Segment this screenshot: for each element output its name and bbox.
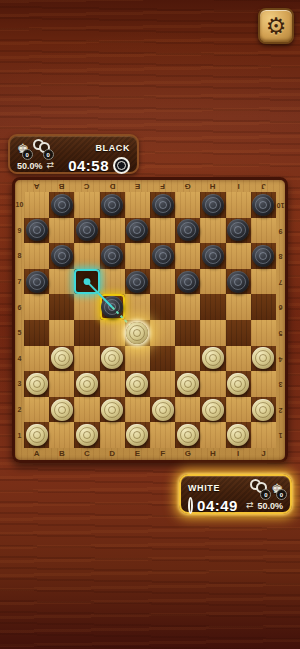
square-G10[interactable]: [175, 192, 200, 218]
square-G9[interactable]: [175, 218, 200, 244]
col-label-bottom-B: B: [49, 448, 74, 460]
col-label-top-J: J: [251, 180, 276, 192]
square-G5[interactable]: [175, 320, 200, 346]
black-piece-F8[interactable]: [152, 245, 174, 267]
square-A2[interactable]: [24, 397, 49, 423]
square-H2[interactable]: [200, 397, 225, 423]
square-B4[interactable]: [49, 346, 74, 372]
black-piece-D6[interactable]: [101, 296, 123, 318]
col-label-bottom-E: E: [125, 448, 150, 460]
white-piece-I1[interactable]: [227, 424, 249, 446]
swap-arrows-icon: ⇄: [246, 501, 254, 510]
square-I9[interactable]: [226, 218, 251, 244]
checkers-board: ABCDEFGHIJ ABCDEFGHIJ 10987654321 109876…: [12, 177, 288, 463]
col-label-bottom-F: F: [150, 448, 175, 460]
square-J6[interactable]: [251, 294, 276, 320]
square-E4[interactable]: [125, 346, 150, 372]
square-H9[interactable]: [200, 218, 225, 244]
white-piece-E1[interactable]: [126, 424, 148, 446]
row-label-right-1: 1: [276, 422, 285, 448]
white-piece-A1[interactable]: [26, 424, 48, 446]
row-label-left-6: 6: [15, 294, 24, 320]
square-D10[interactable]: [100, 192, 125, 218]
col-label-bottom-D: D: [100, 448, 125, 460]
square-D5[interactable]: [100, 320, 125, 346]
col-label-bottom-G: G: [175, 448, 200, 460]
row-label-right-8: 8: [276, 243, 285, 269]
col-label-top-E: E: [125, 180, 150, 192]
col-label-top-C: C: [74, 180, 99, 192]
white-piece-B4[interactable]: [51, 347, 73, 369]
square-D1[interactable]: [100, 422, 125, 448]
row-label-right-9: 9: [276, 218, 285, 244]
row-label-right-3: 3: [276, 371, 285, 397]
square-D6[interactable]: [100, 294, 125, 320]
col-label-top-A: A: [24, 180, 49, 192]
square-A3[interactable]: [24, 371, 49, 397]
square-G1[interactable]: [175, 422, 200, 448]
square-D7[interactable]: [100, 269, 125, 295]
white-piece-E5[interactable]: [126, 322, 148, 344]
row-label-left-4: 4: [15, 346, 24, 372]
square-B5[interactable]: [49, 320, 74, 346]
black-piece-C9[interactable]: [76, 219, 98, 241]
white-piece-J2[interactable]: [252, 399, 274, 421]
white-player-panel: WHITE 0 ♚ 0 04:49 ⇄ 50.0%: [179, 474, 292, 514]
row-label-left-8: 8: [15, 243, 24, 269]
square-I2[interactable]: [226, 397, 251, 423]
square-J4[interactable]: [251, 346, 276, 372]
row-label-right-10: 10: [276, 192, 285, 218]
square-C9[interactable]: [74, 218, 99, 244]
black-kings-count-badge: 0: [22, 149, 33, 160]
white-piece-C3[interactable]: [76, 373, 98, 395]
square-B8[interactable]: [49, 243, 74, 269]
square-I5[interactable]: [226, 320, 251, 346]
square-B1[interactable]: [49, 422, 74, 448]
column-labels-bottom: ABCDEFGHIJ: [24, 448, 276, 460]
square-I1[interactable]: [226, 422, 251, 448]
black-captures-counter: 0: [33, 139, 50, 157]
square-F4[interactable]: [150, 346, 175, 372]
row-label-left-7: 7: [15, 269, 24, 295]
square-B6[interactable]: [49, 294, 74, 320]
black-piece-G7[interactable]: [177, 271, 199, 293]
square-I8[interactable]: [226, 243, 251, 269]
gear-icon: ⚙: [266, 15, 287, 38]
row-label-left-2: 2: [15, 397, 24, 423]
white-piece-G1[interactable]: [177, 424, 199, 446]
square-E7[interactable]: [125, 269, 150, 295]
square-A8[interactable]: [24, 243, 49, 269]
square-I3[interactable]: [226, 371, 251, 397]
row-label-right-6: 6: [276, 294, 285, 320]
square-A1[interactable]: [24, 422, 49, 448]
square-J9[interactable]: [251, 218, 276, 244]
white-piece-D2[interactable]: [101, 399, 123, 421]
white-piece-A3[interactable]: [26, 373, 48, 395]
square-J8[interactable]: [251, 243, 276, 269]
col-label-bottom-A: A: [24, 448, 49, 460]
square-C1[interactable]: [74, 422, 99, 448]
square-H8[interactable]: [200, 243, 225, 269]
black-piece-J8[interactable]: [252, 245, 274, 267]
game-screen: ⚙ ♚ 0 0 BLACK 50.0% ⇄ 04:58 ABCDEFGHIJ A…: [0, 0, 300, 649]
black-piece-E7[interactable]: [126, 271, 148, 293]
square-E2[interactable]: [125, 397, 150, 423]
black-win-percent: 50.0%: [17, 161, 43, 171]
col-label-top-G: G: [175, 180, 200, 192]
black-piece-I9[interactable]: [227, 219, 249, 241]
white-captures-counter: 0: [250, 479, 267, 497]
white-piece-D4[interactable]: [101, 347, 123, 369]
square-E1[interactable]: [125, 422, 150, 448]
board-grid: [24, 192, 276, 448]
square-C8[interactable]: [74, 243, 99, 269]
black-captures-count-badge: 0: [43, 149, 54, 160]
square-J1[interactable]: [251, 422, 276, 448]
square-E9[interactable]: [125, 218, 150, 244]
square-H4[interactable]: [200, 346, 225, 372]
col-label-top-B: B: [49, 180, 74, 192]
row-labels-left: 10987654321: [15, 192, 24, 448]
square-E5[interactable]: [125, 320, 150, 346]
white-piece-J4[interactable]: [252, 347, 274, 369]
square-F9[interactable]: [150, 218, 175, 244]
black-checker-icon: [113, 157, 130, 174]
black-piece-J10[interactable]: [252, 194, 274, 216]
square-E3[interactable]: [125, 371, 150, 397]
square-A6[interactable]: [24, 294, 49, 320]
col-label-top-I: I: [226, 180, 251, 192]
white-checker-icon: [188, 497, 193, 514]
settings-button[interactable]: ⚙: [258, 8, 294, 44]
square-B9[interactable]: [49, 218, 74, 244]
square-I6[interactable]: [226, 294, 251, 320]
black-piece-I7[interactable]: [227, 271, 249, 293]
row-label-left-1: 1: [15, 422, 24, 448]
square-A5[interactable]: [24, 320, 49, 346]
square-A7[interactable]: [24, 269, 49, 295]
black-piece-F10[interactable]: [152, 194, 174, 216]
white-piece-B2[interactable]: [51, 399, 73, 421]
square-D3[interactable]: [100, 371, 125, 397]
row-label-right-2: 2: [276, 397, 285, 423]
square-A10[interactable]: [24, 192, 49, 218]
square-F10[interactable]: [150, 192, 175, 218]
square-C6[interactable]: [74, 294, 99, 320]
square-H5[interactable]: [200, 320, 225, 346]
black-piece-D8[interactable]: [101, 245, 123, 267]
white-timer: 04:49: [197, 497, 238, 514]
square-A4[interactable]: [24, 346, 49, 372]
square-G7[interactable]: [175, 269, 200, 295]
square-B3[interactable]: [49, 371, 74, 397]
square-F3[interactable]: [150, 371, 175, 397]
white-piece-H2[interactable]: [202, 399, 224, 421]
square-J7[interactable]: [251, 269, 276, 295]
swap-arrows-icon: ⇄: [47, 161, 55, 170]
black-piece-H10[interactable]: [202, 194, 224, 216]
white-piece-G3[interactable]: [177, 373, 199, 395]
col-label-top-D: D: [100, 180, 125, 192]
square-C4[interactable]: [74, 346, 99, 372]
square-J3[interactable]: [251, 371, 276, 397]
square-F7[interactable]: [150, 269, 175, 295]
square-J5[interactable]: [251, 320, 276, 346]
row-label-left-5: 5: [15, 320, 24, 346]
black-piece-B8[interactable]: [51, 245, 73, 267]
square-E8[interactable]: [125, 243, 150, 269]
square-F2[interactable]: [150, 397, 175, 423]
square-B7[interactable]: [49, 269, 74, 295]
square-C7[interactable]: [74, 269, 99, 295]
black-piece-E9[interactable]: [126, 219, 148, 241]
white-player-name: WHITE: [188, 483, 220, 493]
square-J10[interactable]: [251, 192, 276, 218]
row-label-right-7: 7: [276, 269, 285, 295]
black-piece-B10[interactable]: [51, 194, 73, 216]
square-J2[interactable]: [251, 397, 276, 423]
col-label-bottom-H: H: [200, 448, 225, 460]
white-piece-I3[interactable]: [227, 373, 249, 395]
white-piece-F2[interactable]: [152, 399, 174, 421]
black-kings-counter: ♚ 0: [17, 139, 29, 157]
black-timer: 04:58: [68, 157, 109, 174]
square-B10[interactable]: [49, 192, 74, 218]
row-label-left-10: 10: [15, 192, 24, 218]
row-label-left-9: 9: [15, 218, 24, 244]
black-piece-D10[interactable]: [101, 194, 123, 216]
square-G4[interactable]: [175, 346, 200, 372]
white-win-percent: 50.0%: [257, 501, 283, 511]
square-G6[interactable]: [175, 294, 200, 320]
square-H7[interactable]: [200, 269, 225, 295]
square-D4[interactable]: [100, 346, 125, 372]
square-C10[interactable]: [74, 192, 99, 218]
square-D2[interactable]: [100, 397, 125, 423]
square-F8[interactable]: [150, 243, 175, 269]
black-piece-G9[interactable]: [177, 219, 199, 241]
white-kings-count-badge: 0: [276, 489, 287, 500]
square-D9[interactable]: [100, 218, 125, 244]
square-C5[interactable]: [74, 320, 99, 346]
square-H6[interactable]: [200, 294, 225, 320]
square-B2[interactable]: [49, 397, 74, 423]
square-A9[interactable]: [24, 218, 49, 244]
row-label-right-4: 4: [276, 346, 285, 372]
square-I10[interactable]: [226, 192, 251, 218]
row-labels-right: 10987654321: [276, 192, 285, 448]
square-F1[interactable]: [150, 422, 175, 448]
column-labels-top: ABCDEFGHIJ: [24, 180, 276, 192]
square-I7[interactable]: [226, 269, 251, 295]
square-F6[interactable]: [150, 294, 175, 320]
square-G2[interactable]: [175, 397, 200, 423]
col-label-top-F: F: [150, 180, 175, 192]
row-label-left-3: 3: [15, 371, 24, 397]
black-piece-A9[interactable]: [26, 219, 48, 241]
white-kings-counter: ♚ 0: [271, 479, 283, 497]
square-C3[interactable]: [74, 371, 99, 397]
square-H1[interactable]: [200, 422, 225, 448]
square-I4[interactable]: [226, 346, 251, 372]
black-player-panel: ♚ 0 0 BLACK 50.0% ⇄ 04:58: [8, 134, 139, 174]
square-F5[interactable]: [150, 320, 175, 346]
square-E6[interactable]: [125, 294, 150, 320]
col-label-top-H: H: [200, 180, 225, 192]
square-H10[interactable]: [200, 192, 225, 218]
row-label-right-5: 5: [276, 320, 285, 346]
square-E10[interactable]: [125, 192, 150, 218]
square-G8[interactable]: [175, 243, 200, 269]
black-piece-A7[interactable]: [26, 271, 48, 293]
square-D8[interactable]: [100, 243, 125, 269]
col-label-bottom-I: I: [226, 448, 251, 460]
white-piece-C1[interactable]: [76, 424, 98, 446]
black-player-name: BLACK: [96, 143, 131, 153]
black-piece-H8[interactable]: [202, 245, 224, 267]
white-piece-E3[interactable]: [126, 373, 148, 395]
col-label-bottom-C: C: [74, 448, 99, 460]
col-label-bottom-J: J: [251, 448, 276, 460]
square-H3[interactable]: [200, 371, 225, 397]
white-piece-H4[interactable]: [202, 347, 224, 369]
square-C2[interactable]: [74, 397, 99, 423]
square-G3[interactable]: [175, 371, 200, 397]
